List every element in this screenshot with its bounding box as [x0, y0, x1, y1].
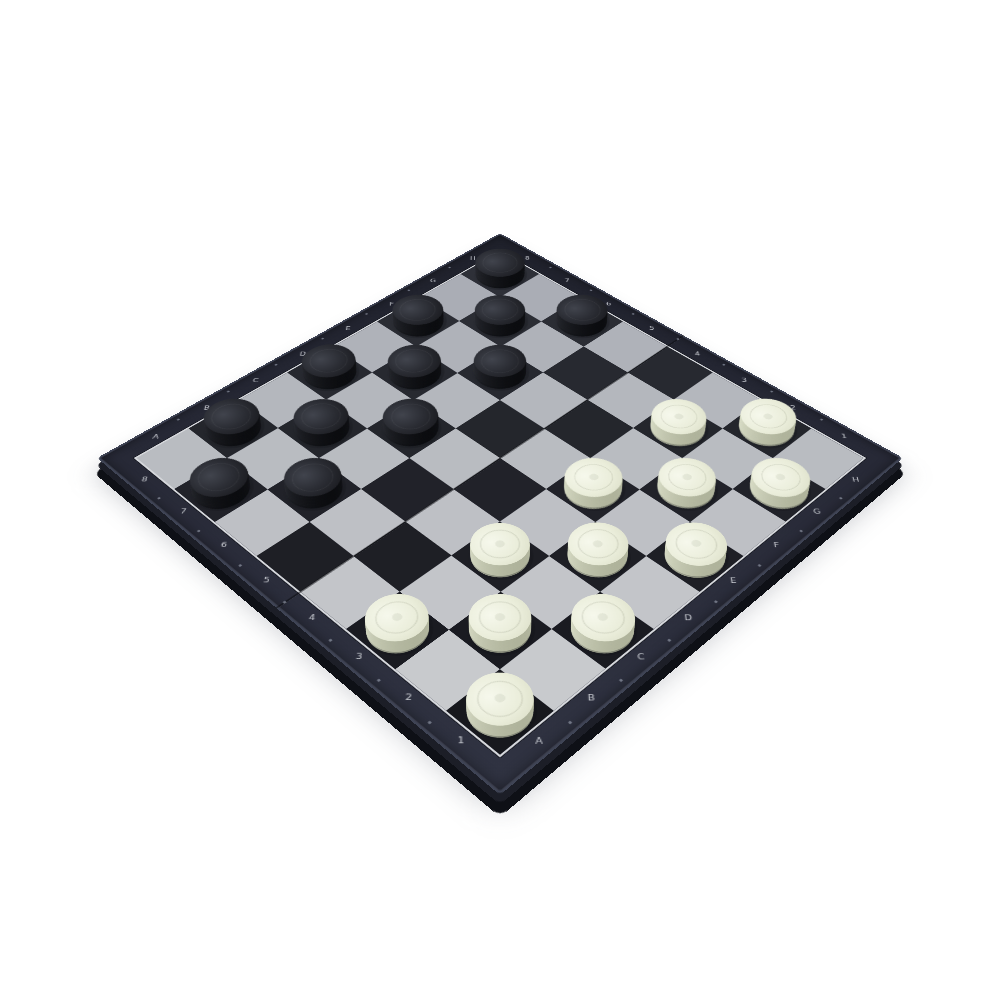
rank-label: 3 [741, 378, 747, 383]
rank-label: 6 [606, 302, 612, 307]
rank-label: 5 [649, 326, 655, 331]
rank-label: 2 [405, 693, 412, 701]
rank-label: 4 [694, 351, 700, 356]
file-label: A [535, 737, 543, 746]
file-label: E [345, 326, 351, 331]
frame-stud [722, 363, 726, 365]
file-label: G [812, 508, 821, 515]
file-label: D [684, 614, 693, 622]
frame-stud [799, 529, 803, 532]
file-label: E [729, 577, 736, 584]
rank-label: 5 [263, 577, 270, 584]
rank-label: 7 [565, 278, 570, 283]
product-photo-scene: ABCDEFGH ABCDEFGH 87654321 87654321 [0, 0, 1000, 1000]
rank-label: 8 [141, 476, 148, 482]
frame-stud [548, 266, 552, 268]
square-e3[interactable] [546, 458, 639, 522]
rank-label: 3 [355, 653, 362, 661]
board-frame: ABCDEFGH ABCDEFGH 87654321 87654321 [97, 233, 903, 795]
file-label: A [152, 434, 160, 440]
frame-stud [632, 313, 636, 315]
file-label: C [252, 378, 259, 383]
checkers-board: ABCDEFGH ABCDEFGH 87654321 87654321 [97, 233, 903, 795]
rank-label: 6 [220, 542, 227, 549]
file-label: C [637, 653, 645, 661]
file-label: F [772, 542, 779, 549]
rank-label: 1 [841, 434, 848, 440]
rank-label: 8 [525, 256, 530, 260]
file-label: B [587, 693, 595, 701]
play-area [137, 252, 864, 755]
rank-label: 1 [458, 737, 465, 746]
file-label: G [430, 278, 436, 283]
rank-label: 4 [308, 614, 315, 622]
frame-stud [713, 600, 718, 603]
frame-stud [589, 289, 593, 291]
square-d6[interactable] [367, 400, 456, 458]
rank-label: 7 [180, 508, 187, 515]
file-label: H [851, 476, 860, 482]
piece-white-g3[interactable] [639, 404, 715, 454]
